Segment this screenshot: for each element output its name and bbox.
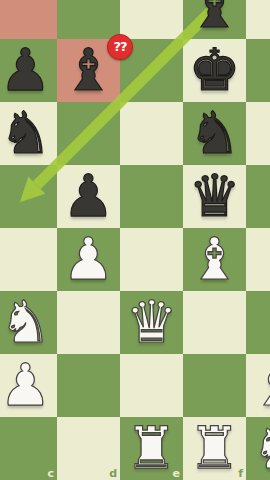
square-d2[interactable] [57, 354, 120, 417]
black-pawn-c7[interactable]: ♟ [0, 39, 57, 102]
black-knight-f6[interactable]: ♞ [183, 102, 246, 165]
white-knight-c3[interactable]: ♞ [0, 291, 57, 354]
black-king-f7[interactable]: ♚ [183, 39, 246, 102]
square-g4[interactable] [246, 228, 270, 291]
square-g7[interactable] [246, 39, 270, 102]
square-e2[interactable] [120, 354, 183, 417]
square-e4[interactable] [120, 228, 183, 291]
blunder-badge-label: ?? [113, 40, 126, 53]
file-label-d: d [109, 468, 117, 479]
square-c8[interactable] [0, 0, 57, 39]
white-bishop-f4[interactable]: ♝ [183, 228, 246, 291]
square-d6[interactable] [57, 102, 120, 165]
square-f2[interactable] [183, 354, 246, 417]
square-c1[interactable]: c [0, 417, 57, 480]
square-g6[interactable] [246, 102, 270, 165]
black-queen-f5[interactable]: ♛ [183, 165, 246, 228]
blunder-badge: ?? [107, 34, 133, 60]
black-bishop-f8[interactable]: ♝ [183, 0, 246, 39]
white-pawn-c2[interactable]: ♟ [0, 354, 57, 417]
white-rook-f1[interactable]: ♜ [183, 417, 246, 480]
black-pawn-d5[interactable]: ♟ [57, 165, 120, 228]
square-f3[interactable] [183, 291, 246, 354]
black-knight-c6[interactable]: ♞ [0, 102, 57, 165]
white-pawn-d4[interactable]: ♟ [57, 228, 120, 291]
square-c4[interactable] [0, 228, 57, 291]
chessboard: cdef ♝♟♝♚♞♞♟♛♟♝♞♛♟♝♜♜♞ ?? [0, 0, 270, 480]
white-bishop-g2[interactable]: ♝ [246, 354, 270, 417]
square-e5[interactable] [120, 165, 183, 228]
white-queen-e3[interactable]: ♛ [120, 291, 183, 354]
square-c5[interactable] [0, 165, 57, 228]
square-g3[interactable] [246, 291, 270, 354]
white-rook-e1[interactable]: ♜ [120, 417, 183, 480]
square-e8[interactable] [120, 0, 183, 39]
square-d8[interactable] [57, 0, 120, 39]
square-d3[interactable] [57, 291, 120, 354]
white-knight-g1[interactable]: ♞ [246, 417, 270, 480]
square-g8[interactable] [246, 0, 270, 39]
square-d1[interactable]: d [57, 417, 120, 480]
square-e6[interactable] [120, 102, 183, 165]
file-label-c: c [47, 468, 54, 479]
square-g5[interactable] [246, 165, 270, 228]
